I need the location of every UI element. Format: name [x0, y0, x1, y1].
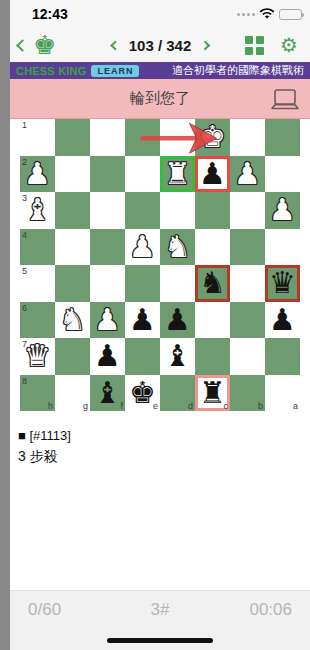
- square-h8[interactable]: 8h: [20, 375, 55, 412]
- puzzle-pager: 103 / 342: [112, 37, 209, 54]
- rank-label-1: 1: [22, 120, 27, 130]
- square-f6[interactable]: ♟: [90, 302, 125, 339]
- white-rook-d2[interactable]: ♜: [160, 156, 195, 193]
- square-g3[interactable]: [55, 192, 90, 229]
- square-f1[interactable]: [90, 119, 125, 156]
- puzzle-counter: 103 / 342: [129, 37, 192, 54]
- square-b2[interactable]: ♟: [230, 156, 265, 193]
- rank-label-4: 4: [22, 230, 27, 240]
- square-c1[interactable]: ♚: [195, 119, 230, 156]
- square-e4[interactable]: ♟: [125, 229, 160, 266]
- black-pawn-c2[interactable]: ♟: [195, 156, 230, 193]
- black-queen-a5[interactable]: ♛: [265, 265, 300, 302]
- square-h3[interactable]: 3♝: [20, 192, 55, 229]
- bottom-bar: 0/60 3# 00:06: [10, 590, 310, 650]
- white-pawn-b2[interactable]: ♟: [230, 156, 265, 193]
- square-a8[interactable]: a: [265, 375, 300, 412]
- white-pawn-f6[interactable]: ♟: [90, 302, 125, 339]
- square-g8[interactable]: g: [55, 375, 90, 412]
- white-bishop-h3[interactable]: ♝: [20, 192, 55, 229]
- file-label-b: b: [258, 401, 263, 411]
- white-knight-g6[interactable]: ♞: [55, 302, 90, 339]
- square-h4[interactable]: 4: [20, 229, 55, 266]
- square-c5[interactable]: ♞: [195, 265, 230, 302]
- square-a1[interactable]: [265, 119, 300, 156]
- rank-label-8: 8: [22, 376, 27, 386]
- square-e8[interactable]: e♚: [125, 375, 160, 412]
- square-d3[interactable]: [160, 192, 195, 229]
- white-king-c1[interactable]: ♚: [195, 119, 230, 156]
- square-d7[interactable]: ♝: [160, 338, 195, 375]
- square-c7[interactable]: [195, 338, 230, 375]
- black-pawn-f7[interactable]: ♟: [90, 338, 125, 375]
- square-a2[interactable]: [265, 156, 300, 193]
- rank-label-6: 6: [22, 303, 27, 313]
- chess-king-crown-icon[interactable]: ♚: [33, 32, 56, 58]
- square-a4[interactable]: [265, 229, 300, 266]
- white-pawn-e4[interactable]: ♟: [125, 229, 160, 266]
- white-pawn-a3[interactable]: ♟: [265, 192, 300, 229]
- square-c2[interactable]: ♟: [195, 156, 230, 193]
- learn-badge: LEARN: [91, 65, 139, 77]
- square-d5[interactable]: [160, 265, 195, 302]
- square-g4[interactable]: [55, 229, 90, 266]
- turn-banner: 輪到您了: [10, 79, 310, 119]
- square-e7[interactable]: [125, 338, 160, 375]
- file-label-f: f: [120, 401, 123, 411]
- brand-tagline: 適合初學者的國際象棋戰術: [172, 63, 304, 78]
- square-b1[interactable]: [230, 119, 265, 156]
- square-f4[interactable]: [90, 229, 125, 266]
- mate-in-label: 3#: [151, 600, 170, 620]
- square-c6[interactable]: [195, 302, 230, 339]
- white-pawn-h2[interactable]: ♟: [20, 156, 55, 193]
- square-h6[interactable]: 6: [20, 302, 55, 339]
- status-bar: 12:43: [10, 0, 310, 28]
- score-counter: 0/60: [28, 600, 61, 620]
- square-g2[interactable]: [55, 156, 90, 193]
- square-e2[interactable]: [125, 156, 160, 193]
- file-label-c: c: [224, 401, 229, 411]
- square-c3[interactable]: [195, 192, 230, 229]
- square-h1[interactable]: 1: [20, 119, 55, 156]
- square-d6[interactable]: ♟: [160, 302, 195, 339]
- square-a7[interactable]: [265, 338, 300, 375]
- back-chevron-icon[interactable]: [16, 39, 29, 52]
- square-d2[interactable]: ♜: [160, 156, 195, 193]
- gear-icon[interactable]: ⚙: [280, 35, 298, 55]
- black-pawn-e6[interactable]: ♟: [125, 302, 160, 339]
- laptop-icon[interactable]: [270, 88, 300, 112]
- square-c8[interactable]: c♜: [195, 375, 230, 412]
- square-f7[interactable]: ♟: [90, 338, 125, 375]
- square-h2[interactable]: 2♟: [20, 156, 55, 193]
- rank-label-5: 5: [22, 266, 27, 276]
- square-c4[interactable]: [195, 229, 230, 266]
- square-e6[interactable]: ♟: [125, 302, 160, 339]
- square-e1[interactable]: [125, 119, 160, 156]
- square-g7[interactable]: [55, 338, 90, 375]
- square-e3[interactable]: [125, 192, 160, 229]
- square-f5[interactable]: [90, 265, 125, 302]
- black-pawn-d6[interactable]: ♟: [160, 302, 195, 339]
- square-f2[interactable]: [90, 156, 125, 193]
- square-b5[interactable]: [230, 265, 265, 302]
- puzzle-caption: ■ [#1113] 3 步殺: [18, 428, 310, 466]
- next-puzzle-chevron-icon[interactable]: [200, 40, 210, 50]
- prev-puzzle-chevron-icon[interactable]: [110, 40, 120, 50]
- square-h5[interactable]: 5: [20, 265, 55, 302]
- chess-board: 1♚2♟♜♟♟3♝♟4♟♞5♞♛6♞♟♟♟♟7♛♟♝8hgf♝e♚dc♜ba: [20, 119, 300, 411]
- square-b8[interactable]: b: [230, 375, 265, 412]
- square-g6[interactable]: ♞: [55, 302, 90, 339]
- puzzle-id: ■ [#1113]: [18, 428, 310, 443]
- square-g5[interactable]: [55, 265, 90, 302]
- square-f3[interactable]: [90, 192, 125, 229]
- black-knight-c5[interactable]: ♞: [195, 265, 230, 302]
- square-e5[interactable]: [125, 265, 160, 302]
- brand-title: CHESS KING: [16, 65, 86, 77]
- square-g1[interactable]: [55, 119, 90, 156]
- grid-icon[interactable]: [245, 36, 264, 55]
- square-b4[interactable]: [230, 229, 265, 266]
- navigation-bar: ♚ 103 / 342 ⚙: [10, 28, 310, 62]
- white-knight-d4[interactable]: ♞: [160, 229, 195, 266]
- square-b7[interactable]: [230, 338, 265, 375]
- app-window: 12:43 ♚ 103 / 342 ⚙ CHESS KING: [10, 0, 310, 650]
- chess-board-wrap: 1♚2♟♜♟♟3♝♟4♟♞5♞♛6♞♟♟♟♟7♛♟♝8hgf♝e♚dc♜ba: [20, 119, 300, 411]
- turn-text: 輪到您了: [130, 89, 190, 108]
- square-a6[interactable]: ♟: [265, 302, 300, 339]
- puzzle-goal: 3 步殺: [18, 448, 310, 466]
- file-label-d: d: [188, 401, 193, 411]
- square-d4[interactable]: ♞: [160, 229, 195, 266]
- file-label-g: g: [83, 401, 88, 411]
- home-indicator[interactable]: [107, 638, 213, 643]
- square-d1[interactable]: [160, 119, 195, 156]
- file-label-h: h: [48, 401, 53, 411]
- signal-dots-icon: [237, 13, 255, 16]
- square-f8[interactable]: f♝: [90, 375, 125, 412]
- square-a3[interactable]: ♟: [265, 192, 300, 229]
- square-b3[interactable]: [230, 192, 265, 229]
- square-b6[interactable]: [230, 302, 265, 339]
- square-d8[interactable]: d: [160, 375, 195, 412]
- file-label-a: a: [293, 401, 298, 411]
- clock: 12:43: [32, 6, 68, 22]
- square-a5[interactable]: ♛: [265, 265, 300, 302]
- brand-bar: CHESS KING LEARN 適合初學者的國際象棋戰術: [10, 62, 310, 79]
- wifi-icon: [259, 8, 275, 20]
- white-queen-h7[interactable]: ♛: [20, 338, 55, 375]
- timer: 00:06: [249, 600, 292, 620]
- battery-icon: [279, 9, 302, 20]
- square-h7[interactable]: 7♛: [20, 338, 55, 375]
- black-pawn-a6[interactable]: ♟: [265, 302, 300, 339]
- black-bishop-d7[interactable]: ♝: [160, 338, 195, 375]
- file-label-e: e: [153, 401, 158, 411]
